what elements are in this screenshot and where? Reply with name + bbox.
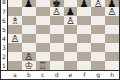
white-pawn-e6[interactable]: ♙ (64, 16, 78, 25)
square-f8[interactable]: ♟ (77, 0, 91, 7)
rank-label-3: 3 (1, 43, 8, 52)
square-h4[interactable] (105, 34, 119, 43)
white-pawn-a4[interactable]: ♙ (8, 34, 22, 43)
square-b4[interactable] (22, 34, 36, 43)
square-e4[interactable] (64, 34, 78, 43)
square-c5[interactable] (36, 25, 50, 34)
white-pawn-d7[interactable]: ♙ (50, 7, 64, 16)
square-a3[interactable] (8, 43, 22, 52)
square-e5[interactable] (64, 25, 78, 34)
square-b8[interactable]: ♟ (22, 0, 36, 7)
white-rook-c1[interactable]: ♖ (36, 61, 50, 70)
square-a2[interactable] (8, 52, 22, 61)
square-d3[interactable] (50, 43, 64, 52)
rank-label-6: 6 (1, 16, 8, 25)
square-f6[interactable] (77, 16, 91, 25)
white-bishop-a6[interactable]: ♗ (8, 16, 22, 25)
square-b6[interactable] (22, 16, 36, 25)
rank-label-1: 1 (1, 61, 8, 70)
square-e3[interactable] (64, 43, 78, 52)
square-e6[interactable]: ♙ (64, 16, 78, 25)
file-label-f: f (77, 71, 91, 79)
square-a4[interactable]: ♙ (8, 34, 22, 43)
square-c6[interactable] (36, 16, 50, 25)
square-g8[interactable]: ♙ (91, 0, 105, 7)
square-c4[interactable] (36, 34, 50, 43)
square-f1[interactable] (77, 61, 91, 70)
rank-label-5: 5 (1, 25, 8, 34)
file-labels-row: abcdefgh (1, 71, 119, 79)
square-d5[interactable] (50, 25, 64, 34)
white-king-b1[interactable]: ♔ (22, 61, 36, 70)
square-d1[interactable] (50, 61, 64, 70)
square-h3[interactable] (105, 43, 119, 52)
square-g7[interactable] (91, 7, 105, 16)
chess-diagram: 8♟♚♟♙♟7♙♟♙6♗♙54♙32♙1♔♖ abcdefgh (0, 0, 120, 80)
file-labels-spacer (1, 71, 8, 79)
square-a8[interactable] (8, 0, 22, 7)
square-h2[interactable] (105, 52, 119, 61)
square-b1[interactable]: ♔ (22, 61, 36, 70)
square-g3[interactable] (91, 43, 105, 52)
rank-label-4: 4 (1, 34, 8, 43)
file-label-d: d (50, 71, 64, 79)
file-label-g: g (91, 71, 105, 79)
square-a6[interactable]: ♗ (8, 16, 22, 25)
file-label-c: c (36, 71, 50, 79)
file-label-h: h (105, 71, 119, 79)
square-d7[interactable]: ♙ (50, 7, 64, 16)
rank-label-8: 8 (1, 0, 8, 7)
square-c1[interactable]: ♖ (36, 61, 50, 70)
square-b5[interactable] (22, 25, 36, 34)
square-g5[interactable] (91, 25, 105, 34)
square-h1[interactable] (105, 61, 119, 70)
square-d4[interactable] (50, 34, 64, 43)
square-c3[interactable] (36, 43, 50, 52)
square-h7[interactable]: ♙ (105, 7, 119, 16)
square-c7[interactable] (36, 7, 50, 16)
square-g6[interactable] (91, 16, 105, 25)
square-g1[interactable] (91, 61, 105, 70)
square-f7[interactable] (77, 7, 91, 16)
file-label-b: b (22, 71, 36, 79)
square-a1[interactable] (8, 61, 22, 70)
square-c8[interactable] (36, 0, 50, 7)
square-f5[interactable] (77, 25, 91, 34)
chess-board: 8♟♚♟♙♟7♙♟♙6♗♙54♙32♙1♔♖ (1, 0, 119, 71)
square-f4[interactable] (77, 34, 91, 43)
rank-label-7: 7 (1, 7, 8, 16)
square-g4[interactable] (91, 34, 105, 43)
square-d2[interactable] (50, 52, 64, 61)
square-e2[interactable] (64, 52, 78, 61)
square-f2[interactable] (77, 52, 91, 61)
rank-label-2: 2 (1, 52, 8, 61)
square-h6[interactable] (105, 16, 119, 25)
file-label-e: e (64, 71, 78, 79)
square-g2[interactable] (91, 52, 105, 61)
square-b7[interactable] (22, 7, 36, 16)
file-label-a: a (8, 71, 22, 79)
square-f3[interactable] (77, 43, 91, 52)
square-d6[interactable] (50, 16, 64, 25)
white-pawn-h7[interactable]: ♙ (105, 7, 119, 16)
square-h5[interactable] (105, 25, 119, 34)
square-e1[interactable] (64, 61, 78, 70)
